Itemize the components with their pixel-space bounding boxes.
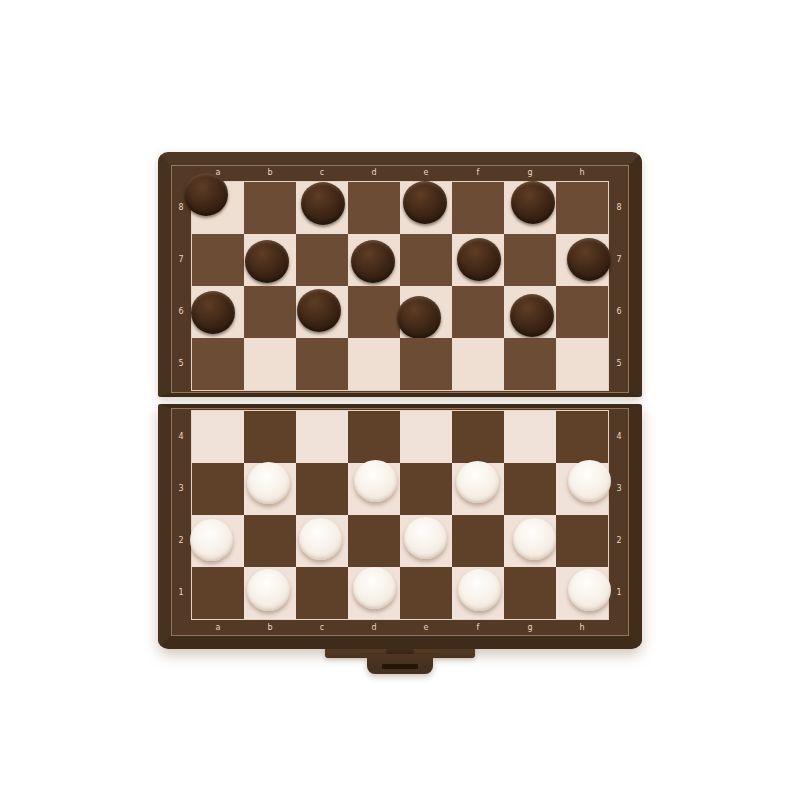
file-label-h: h — [556, 165, 608, 181]
black-checker-piece-b7[interactable] — [245, 240, 289, 283]
rank-label-2: 2 — [171, 515, 191, 567]
square-d4[interactable] — [348, 411, 400, 463]
square-a8[interactable] — [192, 182, 244, 234]
square-a5[interactable] — [192, 338, 244, 390]
file-label-h: h — [556, 620, 608, 636]
white-checker-piece-f3[interactable] — [456, 461, 499, 503]
square-h4[interactable] — [556, 411, 608, 463]
file-label-d: d — [348, 165, 400, 181]
square-f8[interactable] — [452, 182, 504, 234]
square-b7[interactable] — [244, 234, 296, 286]
board-bottom-half: abcdefgh 4321 4321 — [158, 404, 642, 649]
black-checker-piece-e8[interactable] — [403, 181, 447, 224]
square-b5[interactable] — [244, 338, 296, 390]
white-checker-piece-e2[interactable] — [404, 517, 447, 559]
square-d2[interactable] — [348, 515, 400, 567]
file-label-g: g — [504, 165, 556, 181]
square-b4[interactable] — [244, 411, 296, 463]
square-d5[interactable] — [348, 338, 400, 390]
rank-label-5: 5 — [609, 338, 629, 390]
square-e8[interactable] — [400, 182, 452, 234]
square-g3[interactable] — [504, 463, 556, 515]
square-d1[interactable] — [348, 567, 400, 619]
white-checker-piece-c2[interactable] — [299, 518, 342, 560]
square-b8[interactable] — [244, 182, 296, 234]
white-checker-piece-h3[interactable] — [568, 460, 611, 502]
square-g5[interactable] — [504, 338, 556, 390]
square-g1[interactable] — [504, 567, 556, 619]
clasp — [325, 647, 475, 674]
black-checker-piece-h7[interactable] — [567, 238, 611, 281]
square-e4[interactable] — [400, 411, 452, 463]
white-checker-piece-a2[interactable] — [190, 519, 233, 561]
square-c8[interactable] — [296, 182, 348, 234]
rank-label-3: 3 — [171, 463, 191, 515]
square-f4[interactable] — [452, 411, 504, 463]
file-label-e: e — [400, 620, 452, 636]
square-a7[interactable] — [192, 234, 244, 286]
square-b3[interactable] — [244, 463, 296, 515]
square-h7[interactable] — [556, 234, 608, 286]
square-h8[interactable] — [556, 182, 608, 234]
black-checker-piece-g6[interactable] — [510, 294, 554, 337]
black-checker-piece-f7[interactable] — [457, 238, 501, 281]
file-label-d: d — [348, 620, 400, 636]
top-right-rank-labels: 8765 — [609, 182, 629, 390]
square-h1[interactable] — [556, 567, 608, 619]
square-g4[interactable] — [504, 411, 556, 463]
rank-label-2: 2 — [609, 515, 629, 567]
square-c4[interactable] — [296, 411, 348, 463]
square-c2[interactable] — [296, 515, 348, 567]
black-checker-piece-a8[interactable] — [184, 173, 228, 216]
file-label-a: a — [192, 620, 244, 636]
rank-label-3: 3 — [609, 463, 629, 515]
bottom-half-coordinate-band: abcdefgh 4321 4321 — [171, 408, 629, 636]
square-a6[interactable] — [192, 286, 244, 338]
square-e1[interactable] — [400, 567, 452, 619]
square-h2[interactable] — [556, 515, 608, 567]
square-f1[interactable] — [452, 567, 504, 619]
square-c6[interactable] — [296, 286, 348, 338]
black-checker-piece-e6[interactable] — [397, 296, 441, 339]
black-checker-piece-d7[interactable] — [351, 240, 395, 283]
file-label-b: b — [244, 165, 296, 181]
square-b2[interactable] — [244, 515, 296, 567]
bottom-left-rank-labels: 4321 — [171, 411, 191, 619]
clasp-latch-tab[interactable] — [367, 657, 433, 674]
rank-label-7: 7 — [609, 234, 629, 286]
square-f2[interactable] — [452, 515, 504, 567]
square-d3[interactable] — [348, 463, 400, 515]
square-a4[interactable] — [192, 411, 244, 463]
square-e7[interactable] — [400, 234, 452, 286]
square-b6[interactable] — [244, 286, 296, 338]
square-f3[interactable] — [452, 463, 504, 515]
file-label-e: e — [400, 165, 452, 181]
square-a1[interactable] — [192, 567, 244, 619]
black-checker-piece-c6[interactable] — [297, 289, 341, 332]
rank-label-1: 1 — [171, 567, 191, 619]
square-f6[interactable] — [452, 286, 504, 338]
file-label-f: f — [452, 620, 504, 636]
white-checker-piece-h1[interactable] — [568, 569, 611, 611]
fold-hinge-gap — [158, 397, 642, 404]
square-a3[interactable] — [192, 463, 244, 515]
square-h5[interactable] — [556, 338, 608, 390]
square-c3[interactable] — [296, 463, 348, 515]
top-half-coordinate-band: abcdefgh 8765 8765 — [171, 165, 629, 393]
file-label-f: f — [452, 165, 504, 181]
rank-label-1: 1 — [609, 567, 629, 619]
square-h3[interactable] — [556, 463, 608, 515]
black-checker-piece-g8[interactable] — [511, 181, 555, 224]
file-label-b: b — [244, 620, 296, 636]
square-c7[interactable] — [296, 234, 348, 286]
black-checker-piece-c8[interactable] — [301, 182, 345, 225]
white-checker-piece-d3[interactable] — [354, 460, 397, 502]
bottom-file-labels: abcdefgh — [192, 620, 608, 636]
white-checker-piece-b1[interactable] — [247, 569, 290, 611]
rank-label-6: 6 — [609, 286, 629, 338]
rank-label-4: 4 — [609, 411, 629, 463]
clasp-slot — [382, 664, 418, 669]
white-checker-piece-g2[interactable] — [513, 518, 556, 560]
square-f7[interactable] — [452, 234, 504, 286]
bottom-right-rank-labels: 4321 — [609, 411, 629, 619]
square-c1[interactable] — [296, 567, 348, 619]
square-e5[interactable] — [400, 338, 452, 390]
square-f5[interactable] — [452, 338, 504, 390]
rank-label-4: 4 — [171, 411, 191, 463]
rank-label-5: 5 — [171, 338, 191, 390]
square-b1[interactable] — [244, 567, 296, 619]
square-a2[interactable] — [192, 515, 244, 567]
bottom-checkerboard — [192, 411, 608, 619]
square-e3[interactable] — [400, 463, 452, 515]
black-checker-piece-a6[interactable] — [191, 291, 235, 334]
top-checkerboard — [192, 182, 608, 390]
file-label-g: g — [504, 620, 556, 636]
square-g2[interactable] — [504, 515, 556, 567]
square-c5[interactable] — [296, 338, 348, 390]
top-file-labels: abcdefgh — [192, 165, 608, 181]
folding-checkers-board: abcdefgh 8765 8765 abcdefgh 4321 4321 — [158, 152, 642, 674]
white-checker-piece-f1[interactable] — [458, 569, 501, 611]
square-d6[interactable] — [348, 286, 400, 338]
white-checker-piece-b3[interactable] — [247, 462, 290, 504]
top-left-rank-labels: 8765 — [171, 182, 191, 390]
square-d7[interactable] — [348, 234, 400, 286]
file-label-c: c — [296, 620, 348, 636]
square-h6[interactable] — [556, 286, 608, 338]
file-label-c: c — [296, 165, 348, 181]
square-e6[interactable] — [400, 286, 452, 338]
square-g7[interactable] — [504, 234, 556, 286]
square-d8[interactable] — [348, 182, 400, 234]
square-e2[interactable] — [400, 515, 452, 567]
rank-label-7: 7 — [171, 234, 191, 286]
board-top-half: abcdefgh 8765 8765 — [158, 152, 642, 397]
white-checker-piece-d1[interactable] — [353, 567, 396, 609]
rank-label-8: 8 — [609, 182, 629, 234]
square-g8[interactable] — [504, 182, 556, 234]
rank-label-6: 6 — [171, 286, 191, 338]
square-g6[interactable] — [504, 286, 556, 338]
